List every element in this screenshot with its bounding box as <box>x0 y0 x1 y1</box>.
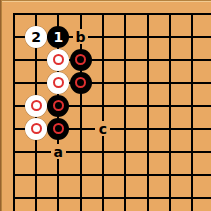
point-label-a: a <box>51 144 66 159</box>
black-stone-move-1: 1 <box>47 26 69 48</box>
white-stone-move-2: 2 <box>25 26 47 48</box>
circle-mark-icon <box>75 77 86 88</box>
black-stone <box>70 49 92 71</box>
move-number: 1 <box>53 29 63 43</box>
circle-mark-icon <box>53 54 64 65</box>
go-board: 21bca <box>0 0 211 211</box>
white-stone <box>47 72 69 94</box>
point-label-b: b <box>73 29 88 44</box>
white-stone <box>25 95 47 117</box>
white-stone <box>47 49 69 71</box>
move-number: 2 <box>31 29 41 43</box>
circle-mark-icon <box>75 54 86 65</box>
circle-mark-icon <box>53 123 64 134</box>
circle-mark-icon <box>53 100 64 111</box>
circle-mark-icon <box>31 123 42 134</box>
circle-mark-icon <box>31 100 42 111</box>
black-stone <box>70 72 92 94</box>
circle-mark-icon <box>53 77 64 88</box>
black-stone <box>47 118 69 140</box>
board-cells: 21bca <box>3 2 204 209</box>
black-stone <box>47 95 69 117</box>
point-label-c: c <box>95 121 110 136</box>
white-stone <box>25 118 47 140</box>
